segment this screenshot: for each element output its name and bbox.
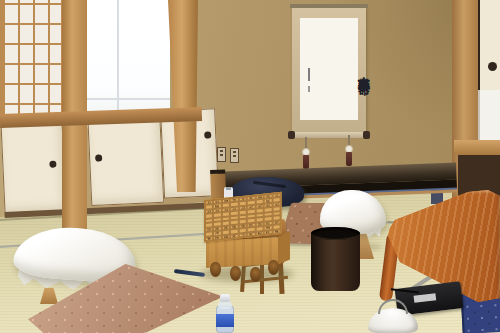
board-side-face bbox=[278, 232, 290, 265]
shogi-piece: 桂 bbox=[266, 230, 270, 235]
shogi-piece: 桂 bbox=[215, 235, 219, 240]
scroll-signature bbox=[308, 68, 310, 81]
shogi-piece: 金 bbox=[232, 233, 236, 238]
electrical-outlet bbox=[230, 148, 239, 163]
bench-wood-leg bbox=[40, 288, 58, 304]
shogi-board-grid: 香桂銀金玉金銀桂香飛角歩歩歩歩歩歩歩歩歩歩歩歩歩歩歩歩歩歩角飛香桂銀金王金銀桂香 bbox=[204, 192, 282, 242]
bottle-neck bbox=[218, 301, 232, 309]
board-leg bbox=[250, 267, 261, 282]
shogi-cell: 王 bbox=[239, 232, 247, 237]
shogi-piece: 王 bbox=[241, 233, 245, 238]
scroll-roller-end bbox=[363, 131, 370, 139]
scroll-signature bbox=[308, 86, 310, 92]
hanging-scroll-kakejiku: 盡人事而待天命 bbox=[288, 4, 370, 174]
electrical-outlet bbox=[217, 147, 226, 162]
scroll-top-rod bbox=[290, 4, 368, 8]
shogi-piece: 銀 bbox=[224, 234, 228, 239]
shogi-cell: 銀 bbox=[222, 234, 230, 239]
shogi-piece: 香 bbox=[274, 229, 278, 234]
board-leg bbox=[230, 266, 241, 281]
fusuma-handle bbox=[488, 62, 497, 71]
shogi-board: 香桂銀金玉金銀桂香飛角歩歩歩歩歩歩歩歩歩歩歩歩歩歩歩歩歩歩角飛香桂銀金王金銀桂香 bbox=[198, 192, 298, 292]
alcove-shelf bbox=[454, 140, 500, 155]
shogi-cell: 金 bbox=[247, 231, 255, 236]
shogi-cell: 銀 bbox=[255, 230, 263, 235]
shogi-cell: 桂 bbox=[213, 235, 221, 240]
wastebasket bbox=[311, 232, 360, 291]
shogi-piece: 金 bbox=[249, 232, 253, 237]
fusuma-handle bbox=[49, 160, 56, 167]
fusuma-panel bbox=[87, 113, 164, 206]
board-leg bbox=[210, 262, 221, 277]
fusuma-panel bbox=[0, 119, 66, 214]
scroll-calligraphy: 盡人事而待天命 bbox=[288, 20, 370, 120]
scroll-roller-end bbox=[288, 131, 295, 139]
closet-fusuma-right bbox=[478, 0, 500, 90]
scroll-roller bbox=[288, 132, 370, 138]
alcove-white-panel bbox=[478, 90, 500, 142]
shogi-piece: 銀 bbox=[257, 231, 261, 236]
board-leg bbox=[268, 260, 279, 275]
shogi-cell: 香 bbox=[205, 236, 213, 241]
shogi-cell: 金 bbox=[230, 233, 238, 238]
shogi-piece: 香 bbox=[207, 236, 211, 241]
shogi-cell: 香 bbox=[272, 229, 280, 234]
fusuma-handle bbox=[95, 154, 102, 161]
shogi-cell: 桂 bbox=[264, 230, 272, 235]
window-sash bbox=[117, 0, 119, 112]
window-sash bbox=[87, 98, 170, 100]
bottle-label bbox=[216, 314, 234, 327]
shogi-room-photo: 盡人事而待天命 bbox=[0, 0, 500, 333]
bottle-cap bbox=[220, 294, 230, 302]
water-bottle bbox=[212, 294, 238, 333]
fusuma-handle bbox=[204, 131, 211, 138]
